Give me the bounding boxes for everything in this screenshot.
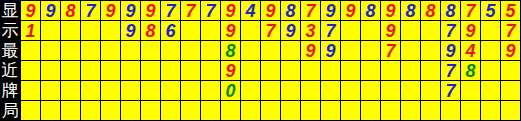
cell-r3c2 (41, 41, 61, 61)
cell-r4c13 (261, 61, 281, 81)
board-title-char-2: 示 (0, 21, 21, 41)
cell-r6c25 (501, 101, 521, 121)
cell-r4c17 (341, 61, 361, 81)
cell-r6c7 (141, 101, 161, 121)
cell-r4c20 (401, 61, 421, 81)
cell-r3c19: 7 (381, 41, 401, 61)
cell-r2c20 (401, 21, 421, 41)
cell-r4c19 (381, 61, 401, 81)
cell-r5c10 (201, 81, 221, 101)
cell-r4c18 (361, 61, 381, 81)
cell-r5c18 (361, 81, 381, 101)
cell-r2c14: 9 (281, 21, 301, 41)
cell-r1c3: 8 (61, 1, 81, 21)
cell-r3c17 (341, 41, 361, 61)
cell-r5c9 (181, 81, 201, 101)
cell-r6c3 (61, 101, 81, 121)
cell-r2c15: 3 (301, 21, 321, 41)
cell-r6c22 (441, 101, 461, 121)
cell-r5c4 (81, 81, 101, 101)
cell-r6c24 (481, 101, 501, 121)
cell-r5c2 (41, 81, 61, 101)
cell-r6c1 (21, 101, 41, 121)
cell-r4c5 (101, 61, 121, 81)
cell-r4c10 (201, 61, 221, 81)
cell-r3c10 (201, 41, 221, 61)
cell-r5c8 (161, 81, 181, 101)
cell-r5c1 (21, 81, 41, 101)
cell-r2c22: 7 (441, 21, 461, 41)
cell-r5c25 (501, 81, 521, 101)
cell-r5c3 (61, 81, 81, 101)
cell-r4c4 (81, 61, 101, 81)
cell-r6c8 (161, 101, 181, 121)
cell-r2c8: 6 (161, 21, 181, 41)
cell-r4c2 (41, 61, 61, 81)
cell-r2c12 (241, 21, 261, 41)
cell-r4c6 (121, 61, 141, 81)
cell-r1c15: 7 (301, 1, 321, 21)
cell-r4c24 (481, 61, 501, 81)
cell-r1c9: 7 (181, 1, 201, 21)
cell-r3c8 (161, 41, 181, 61)
cell-r2c9 (181, 21, 201, 41)
board-title-char-4: 近 (0, 61, 21, 81)
cell-r6c6 (121, 101, 141, 121)
cell-r6c12 (241, 101, 261, 121)
cell-r3c6 (121, 41, 141, 61)
cell-r5c14 (281, 81, 301, 101)
cell-r6c2 (41, 101, 61, 121)
cell-r6c13 (261, 101, 281, 121)
cell-r3c9 (181, 41, 201, 61)
cell-r6c11 (221, 101, 241, 121)
cell-r2c21 (421, 21, 441, 41)
cell-r4c15 (301, 61, 321, 81)
cell-r1c7: 9 (141, 1, 161, 21)
cell-r1c11: 9 (221, 1, 241, 21)
cell-r1c17: 9 (341, 1, 361, 21)
cell-r5c16 (321, 81, 341, 101)
cell-r3c20 (401, 41, 421, 61)
cell-r1c14: 8 (281, 1, 301, 21)
cell-r1c18: 8 (361, 1, 381, 21)
board-title-char-6: 局 (0, 101, 21, 121)
cell-r2c5 (101, 21, 121, 41)
cell-r1c19: 9 (381, 1, 401, 21)
cell-r4c12 (241, 61, 261, 81)
cell-r5c7 (141, 81, 161, 101)
cell-r1c25: 5 (501, 1, 521, 21)
cell-r1c24: 5 (481, 1, 501, 21)
board-title-char-1: 显 (0, 1, 21, 21)
cell-r1c8: 7 (161, 1, 181, 21)
cell-r2c10 (201, 21, 221, 41)
cell-r3c16: 9 (321, 41, 341, 61)
cell-r2c24 (481, 21, 501, 41)
cell-r6c14 (281, 101, 301, 121)
cell-r5c11: 0 (221, 81, 241, 101)
cell-r6c4 (81, 101, 101, 121)
cell-r1c2: 9 (41, 1, 61, 21)
cell-r6c19 (381, 101, 401, 121)
cell-r6c5 (101, 101, 121, 121)
cell-r4c11: 9 (221, 61, 241, 81)
cell-r3c21 (421, 41, 441, 61)
cell-r4c21 (421, 61, 441, 81)
cell-r5c22: 7 (441, 81, 461, 101)
cell-r3c22: 9 (441, 41, 461, 61)
cell-r3c11: 8 (221, 41, 241, 61)
cell-r4c14 (281, 61, 301, 81)
cell-r4c1 (21, 61, 41, 81)
cell-r1c12: 4 (241, 1, 261, 21)
cell-r3c23: 4 (461, 41, 481, 61)
cell-r4c23: 8 (461, 61, 481, 81)
cell-r6c17 (341, 101, 361, 121)
cell-r6c10 (201, 101, 221, 121)
cell-r2c3 (61, 21, 81, 41)
cell-r4c22: 7 (441, 61, 461, 81)
cell-r5c21 (421, 81, 441, 101)
cell-r2c16: 7 (321, 21, 341, 41)
cell-r5c17 (341, 81, 361, 101)
trend-board: 显9987999777949879989888755示1986979379797… (0, 0, 521, 121)
cell-r1c21: 8 (421, 1, 441, 21)
cell-r3c5 (101, 41, 121, 61)
cell-r2c11: 9 (221, 21, 241, 41)
cell-r1c20: 8 (401, 1, 421, 21)
cell-r4c8 (161, 61, 181, 81)
cell-r2c18 (361, 21, 381, 41)
cell-r4c16 (321, 61, 341, 81)
cell-r2c23: 9 (461, 21, 481, 41)
cell-r3c15: 9 (301, 41, 321, 61)
cell-r2c1: 1 (21, 21, 41, 41)
cell-r1c5: 9 (101, 1, 121, 21)
cell-r2c7: 8 (141, 21, 161, 41)
cell-r6c9 (181, 101, 201, 121)
cell-r3c24 (481, 41, 501, 61)
cell-r5c19 (381, 81, 401, 101)
cell-r5c13 (261, 81, 281, 101)
cell-r1c13: 9 (261, 1, 281, 21)
cell-r1c1: 9 (21, 1, 41, 21)
cell-r5c6 (121, 81, 141, 101)
cell-r3c18 (361, 41, 381, 61)
cell-r3c13 (261, 41, 281, 61)
cell-r2c4 (81, 21, 101, 41)
cell-r6c20 (401, 101, 421, 121)
cell-r3c12 (241, 41, 261, 61)
cell-r2c13: 7 (261, 21, 281, 41)
cell-r1c4: 7 (81, 1, 101, 21)
cell-r3c25: 9 (501, 41, 521, 61)
cell-r5c23 (461, 81, 481, 101)
cell-r3c3 (61, 41, 81, 61)
cell-r3c7 (141, 41, 161, 61)
cell-r4c7 (141, 61, 161, 81)
cell-r6c18 (361, 101, 381, 121)
board-title-char-3: 最 (0, 41, 21, 61)
cell-r4c25 (501, 61, 521, 81)
cell-r4c9 (181, 61, 201, 81)
cell-r5c24 (481, 81, 501, 101)
cell-r3c1 (21, 41, 41, 61)
cell-r6c23 (461, 101, 481, 121)
cell-r2c17 (341, 21, 361, 41)
cell-r3c4 (81, 41, 101, 61)
cell-r3c14 (281, 41, 301, 61)
cell-r1c22: 8 (441, 1, 461, 21)
board-title-char-5: 牌 (0, 81, 21, 101)
cell-r5c15 (301, 81, 321, 101)
cell-r2c6: 9 (121, 21, 141, 41)
cell-r2c25: 7 (501, 21, 521, 41)
cell-r6c15 (301, 101, 321, 121)
cell-r5c20 (401, 81, 421, 101)
cell-r5c5 (101, 81, 121, 101)
cell-r1c16: 9 (321, 1, 341, 21)
cell-r1c6: 9 (121, 1, 141, 21)
cell-r1c23: 7 (461, 1, 481, 21)
cell-r2c19: 9 (381, 21, 401, 41)
cell-r6c21 (421, 101, 441, 121)
cell-r6c16 (321, 101, 341, 121)
cell-r4c3 (61, 61, 81, 81)
cell-r1c10: 7 (201, 1, 221, 21)
cell-r2c2 (41, 21, 61, 41)
cell-r5c12 (241, 81, 261, 101)
